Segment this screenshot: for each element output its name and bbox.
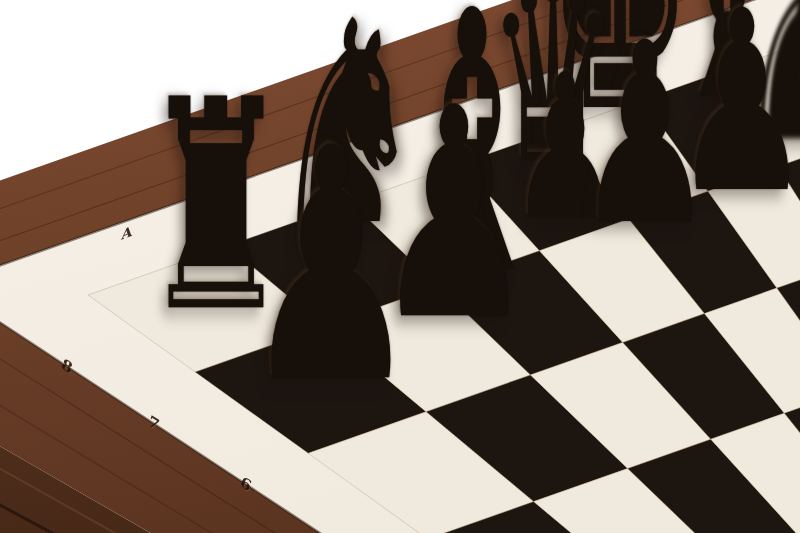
chess-set-photo: A876 ♝♚♞♛♟♟♟♞♝♜♟♟ — [0, 0, 800, 533]
chess-board — [0, 0, 800, 533]
